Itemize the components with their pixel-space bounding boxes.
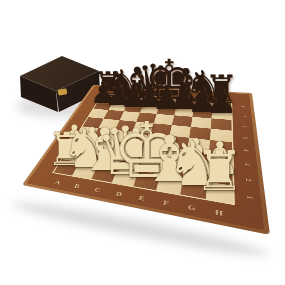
square-f1[interactable] <box>156 174 183 194</box>
rank-label-8: 8 <box>240 106 246 108</box>
file-label-h: H <box>215 208 223 217</box>
rank-label-6: 6 <box>241 125 248 127</box>
file-label-g: G <box>188 203 196 212</box>
rank-label-7: 7 <box>240 115 247 117</box>
file-label-f: F <box>163 199 170 207</box>
rank-label-4: 4 <box>242 149 250 152</box>
product-photo-stage: ABCDEFGH 12345678 ♜♞♝♛♚♝♞♜♟♟♟♟♟♟♟♟♟♟♟♟♟♟… <box>0 0 285 285</box>
square-g1[interactable] <box>180 178 207 199</box>
rank-label-5: 5 <box>242 136 249 138</box>
square-h1[interactable] <box>206 182 233 204</box>
rank-label-1: 1 <box>245 195 254 199</box>
rank-label-3: 3 <box>243 163 251 166</box>
box-latch-icon <box>58 88 68 95</box>
rank-label-2: 2 <box>244 178 253 182</box>
